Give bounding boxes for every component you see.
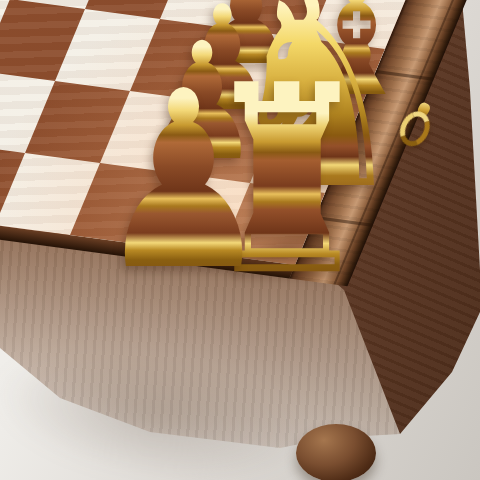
bun-foot [296, 424, 376, 480]
piece-white-pawn-h2[interactable]: ♟ [85, 59, 281, 304]
chess-set-photo: ♟♝♟♞♟♜♟ [0, 0, 480, 480]
